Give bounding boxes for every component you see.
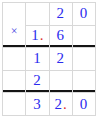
grid-cell-r4c3	[50, 71, 72, 93]
multiply-icon: ×	[11, 25, 18, 37]
grid-cell-r4c2: 2	[26, 71, 48, 93]
grid-cell-r4c1	[3, 71, 25, 93]
grid-cell-r1c4: 0	[73, 3, 95, 25]
decimal-point: .	[63, 97, 67, 112]
multiplication-grid: × 2 0 1. 6 1 2 2 3 2. 0	[2, 2, 96, 116]
decimal-point: .	[40, 28, 44, 43]
multiply-operator-cell: ×	[3, 3, 25, 47]
grid-cell-r5c4: 0	[73, 93, 95, 115]
grid-cell-r1c2	[26, 3, 48, 25]
digit: 0	[80, 97, 88, 112]
grid-cell-r1c3: 2	[50, 3, 72, 25]
grid-cell-r5c2: 3	[26, 93, 48, 115]
grid-cell-r4c4	[73, 71, 95, 93]
digit: 6	[56, 28, 64, 43]
grid-cell-r3c1	[3, 48, 25, 70]
grid-cell-r5c1	[3, 93, 25, 115]
digit: 2	[56, 51, 64, 66]
digit: 0	[80, 6, 88, 21]
grid-cell-r2c2: 1.	[26, 26, 48, 48]
digit: 1	[33, 51, 41, 66]
grid-cell-r3c3: 2	[50, 48, 72, 70]
grid-cell-r2c4	[73, 26, 95, 48]
digit: 3	[33, 97, 41, 112]
digit: 1	[31, 28, 39, 43]
digit: 2	[33, 73, 41, 88]
digit: 2	[55, 97, 63, 112]
grid-cell-r5c3: 2.	[50, 93, 72, 115]
grid-cell-r2c3: 6	[50, 26, 72, 48]
grid-cell-r3c2: 1	[26, 48, 48, 70]
grid-cell-r3c4	[73, 48, 95, 70]
digit: 2	[56, 6, 64, 21]
worksheet: × 2 0 1. 6 1 2 2 3 2. 0	[2, 2, 96, 116]
